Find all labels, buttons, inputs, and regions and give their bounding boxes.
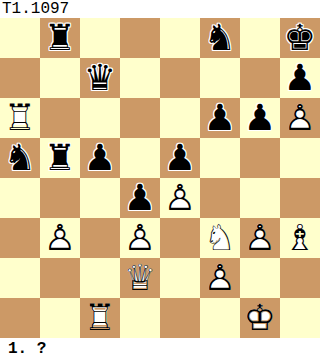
- black-pawn[interactable]: ♟: [80, 138, 120, 178]
- square-g1[interactable]: ♚♔: [240, 298, 280, 338]
- black-pawn[interactable]: ♟: [160, 138, 200, 178]
- square-g5[interactable]: [240, 138, 280, 178]
- square-d8[interactable]: [120, 18, 160, 58]
- square-d3[interactable]: ♟♙: [120, 218, 160, 258]
- puzzle-id: T1.1097: [2, 0, 69, 18]
- black-pawn[interactable]: ♟: [200, 98, 240, 138]
- white-rook[interactable]: ♜♖: [80, 298, 120, 338]
- square-g8[interactable]: [240, 18, 280, 58]
- square-f1[interactable]: [200, 298, 240, 338]
- square-a8[interactable]: [0, 18, 40, 58]
- white-knight[interactable]: ♞♘: [200, 218, 240, 258]
- piece-outline: ♕: [120, 258, 160, 298]
- square-e2[interactable]: [160, 258, 200, 298]
- black-king[interactable]: ♚: [280, 18, 320, 58]
- black-queen[interactable]: ♛: [80, 58, 120, 98]
- square-h1[interactable]: [280, 298, 320, 338]
- square-e3[interactable]: [160, 218, 200, 258]
- black-knight[interactable]: ♞: [0, 138, 40, 178]
- white-pawn[interactable]: ♟♙: [120, 218, 160, 258]
- piece-outline: ♗: [280, 218, 320, 258]
- square-a2[interactable]: [0, 258, 40, 298]
- black-rook[interactable]: ♜: [40, 138, 80, 178]
- square-e7[interactable]: [160, 58, 200, 98]
- square-e6[interactable]: [160, 98, 200, 138]
- square-h7[interactable]: ♟: [280, 58, 320, 98]
- black-rook[interactable]: ♜: [40, 18, 80, 58]
- square-c8[interactable]: [80, 18, 120, 58]
- square-f8[interactable]: ♞: [200, 18, 240, 58]
- white-bishop[interactable]: ♝♗: [280, 218, 320, 258]
- square-g2[interactable]: [240, 258, 280, 298]
- square-f5[interactable]: [200, 138, 240, 178]
- square-d5[interactable]: [120, 138, 160, 178]
- piece-outline: ♖: [80, 298, 120, 338]
- square-d2[interactable]: ♛♕: [120, 258, 160, 298]
- square-c4[interactable]: [80, 178, 120, 218]
- white-pawn[interactable]: ♟♙: [240, 218, 280, 258]
- square-a5[interactable]: ♞: [0, 138, 40, 178]
- square-a4[interactable]: [0, 178, 40, 218]
- piece-outline: ♙: [200, 258, 240, 298]
- square-b2[interactable]: [40, 258, 80, 298]
- square-f2[interactable]: ♟♙: [200, 258, 240, 298]
- piece-outline: ♙: [160, 178, 200, 218]
- square-f6[interactable]: ♟: [200, 98, 240, 138]
- square-c1[interactable]: ♜♖: [80, 298, 120, 338]
- square-c5[interactable]: ♟: [80, 138, 120, 178]
- square-h8[interactable]: ♚: [280, 18, 320, 58]
- square-f7[interactable]: [200, 58, 240, 98]
- piece-outline: ♙: [120, 218, 160, 258]
- square-h5[interactable]: [280, 138, 320, 178]
- header: T1.1097: [0, 0, 320, 18]
- square-c3[interactable]: [80, 218, 120, 258]
- piece-outline: ♙: [40, 218, 80, 258]
- white-king[interactable]: ♚♔: [240, 298, 280, 338]
- white-queen[interactable]: ♛♕: [120, 258, 160, 298]
- square-d7[interactable]: [120, 58, 160, 98]
- square-g3[interactable]: ♟♙: [240, 218, 280, 258]
- square-h4[interactable]: [280, 178, 320, 218]
- square-g6[interactable]: ♟: [240, 98, 280, 138]
- square-b8[interactable]: ♜: [40, 18, 80, 58]
- square-h3[interactable]: ♝♗: [280, 218, 320, 258]
- square-a6[interactable]: ♜♖: [0, 98, 40, 138]
- square-b3[interactable]: ♟♙: [40, 218, 80, 258]
- square-b1[interactable]: [40, 298, 80, 338]
- piece-outline: ♙: [240, 218, 280, 258]
- square-g4[interactable]: [240, 178, 280, 218]
- square-c2[interactable]: [80, 258, 120, 298]
- white-rook[interactable]: ♜♖: [0, 98, 40, 138]
- white-pawn[interactable]: ♟♙: [160, 178, 200, 218]
- square-d4[interactable]: ♟: [120, 178, 160, 218]
- square-e5[interactable]: ♟: [160, 138, 200, 178]
- square-c7[interactable]: ♛: [80, 58, 120, 98]
- square-b7[interactable]: [40, 58, 80, 98]
- black-pawn[interactable]: ♟: [280, 58, 320, 98]
- square-b4[interactable]: [40, 178, 80, 218]
- square-a3[interactable]: [0, 218, 40, 258]
- square-d6[interactable]: [120, 98, 160, 138]
- black-pawn[interactable]: ♟: [120, 178, 160, 218]
- square-e8[interactable]: [160, 18, 200, 58]
- black-knight[interactable]: ♞: [200, 18, 240, 58]
- piece-outline: ♔: [240, 298, 280, 338]
- square-h2[interactable]: [280, 258, 320, 298]
- square-f4[interactable]: [200, 178, 240, 218]
- black-pawn[interactable]: ♟: [240, 98, 280, 138]
- square-d1[interactable]: [120, 298, 160, 338]
- white-pawn[interactable]: ♟♙: [200, 258, 240, 298]
- square-c6[interactable]: [80, 98, 120, 138]
- square-e1[interactable]: [160, 298, 200, 338]
- square-a7[interactable]: [0, 58, 40, 98]
- puzzle-page: T1.1097 ♜♞♚♛♟♜♖♟♟♟♙♞♜♟♟♟♟♙♟♙♟♙♞♘♟♙♝♗♛♕♟♙…: [0, 0, 320, 360]
- square-h6[interactable]: ♟♙: [280, 98, 320, 138]
- piece-outline: ♙: [280, 98, 320, 138]
- white-pawn[interactable]: ♟♙: [40, 218, 80, 258]
- white-pawn[interactable]: ♟♙: [280, 98, 320, 138]
- square-e4[interactable]: ♟♙: [160, 178, 200, 218]
- piece-outline: ♖: [0, 98, 40, 138]
- square-a1[interactable]: [0, 298, 40, 338]
- move-prompt: 1. ?: [8, 339, 46, 359]
- piece-outline: ♘: [200, 218, 240, 258]
- square-b5[interactable]: ♜: [40, 138, 80, 178]
- footer: 1. ?: [0, 338, 320, 360]
- square-f3[interactable]: ♞♘: [200, 218, 240, 258]
- square-g7[interactable]: [240, 58, 280, 98]
- chess-board: ♜♞♚♛♟♜♖♟♟♟♙♞♜♟♟♟♟♙♟♙♟♙♞♘♟♙♝♗♛♕♟♙♜♖♚♔: [0, 18, 320, 338]
- square-b6[interactable]: [40, 98, 80, 138]
